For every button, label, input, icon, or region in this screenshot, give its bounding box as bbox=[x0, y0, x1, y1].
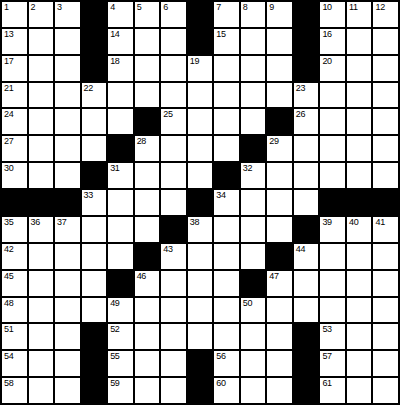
block-r9c7 bbox=[161, 217, 186, 242]
cell-r8c12[interactable] bbox=[294, 190, 319, 215]
cell-r5c14[interactable] bbox=[347, 109, 372, 134]
cell-r7c5[interactable]: 31 bbox=[108, 163, 133, 188]
cell-r3c3[interactable] bbox=[55, 56, 80, 81]
cell-r4c12[interactable]: 23 bbox=[294, 83, 319, 108]
cell-r7c8[interactable] bbox=[188, 163, 213, 188]
cell-r8c4[interactable]: 33 bbox=[82, 190, 107, 215]
cell-r10c1[interactable]: 42 bbox=[2, 244, 27, 269]
block-r6c10 bbox=[241, 136, 266, 161]
cell-r13c9[interactable] bbox=[214, 324, 239, 349]
clue-number-47: 47 bbox=[269, 271, 278, 282]
cell-r9c14[interactable]: 40 bbox=[347, 217, 372, 242]
cell-r9c4[interactable] bbox=[82, 217, 107, 242]
cell-r1c15[interactable]: 12 bbox=[373, 2, 398, 27]
cell-r4c9[interactable] bbox=[214, 83, 239, 108]
cell-r14c9[interactable]: 56 bbox=[214, 351, 239, 376]
cell-r9c6[interactable] bbox=[135, 217, 160, 242]
cell-r3c7[interactable] bbox=[161, 56, 186, 81]
block-r8c13 bbox=[320, 190, 345, 215]
cell-r7c12[interactable] bbox=[294, 163, 319, 188]
cell-r12c8[interactable] bbox=[188, 298, 213, 323]
cell-r14c6[interactable] bbox=[135, 351, 160, 376]
clue-number-6: 6 bbox=[163, 2, 168, 13]
clue-number-30: 30 bbox=[4, 163, 13, 174]
cell-r13c10[interactable] bbox=[241, 324, 266, 349]
cell-r9c10[interactable] bbox=[241, 217, 266, 242]
cell-r15c14[interactable] bbox=[347, 378, 372, 403]
cell-r7c1[interactable]: 30 bbox=[2, 163, 27, 188]
clue-number-1: 1 bbox=[4, 2, 9, 13]
block-r11c10 bbox=[241, 271, 266, 296]
cell-r4c10[interactable] bbox=[241, 83, 266, 108]
cell-r7c15[interactable] bbox=[373, 163, 398, 188]
cell-r3c10[interactable] bbox=[241, 56, 266, 81]
block-r3c12 bbox=[294, 56, 319, 81]
cell-r6c6[interactable]: 28 bbox=[135, 136, 160, 161]
clue-number-25: 25 bbox=[163, 109, 172, 120]
cell-r14c10[interactable] bbox=[241, 351, 266, 376]
clue-number-17: 17 bbox=[4, 56, 13, 67]
cell-r3c8[interactable]: 19 bbox=[188, 56, 213, 81]
cell-r11c3[interactable] bbox=[55, 271, 80, 296]
cell-r2c15[interactable] bbox=[373, 29, 398, 54]
cell-r6c14[interactable] bbox=[347, 136, 372, 161]
block-r5c6 bbox=[135, 109, 160, 134]
cell-r9c1[interactable]: 35 bbox=[2, 217, 27, 242]
block-r15c4 bbox=[82, 378, 107, 403]
cell-r6c2[interactable] bbox=[29, 136, 54, 161]
clue-number-27: 27 bbox=[4, 136, 13, 147]
cell-r1c11[interactable]: 9 bbox=[267, 2, 292, 27]
cell-r7c6[interactable] bbox=[135, 163, 160, 188]
cell-r9c8[interactable]: 38 bbox=[188, 217, 213, 242]
cell-r10c5[interactable] bbox=[108, 244, 133, 269]
cell-r3c13[interactable]: 20 bbox=[320, 56, 345, 81]
clue-number-8: 8 bbox=[243, 2, 248, 13]
clue-number-44: 44 bbox=[296, 244, 305, 255]
block-r9c12 bbox=[294, 217, 319, 242]
cell-r1c2[interactable]: 2 bbox=[29, 2, 54, 27]
block-r8c8 bbox=[188, 190, 213, 215]
clue-number-54: 54 bbox=[4, 351, 13, 362]
block-r14c8 bbox=[188, 351, 213, 376]
clue-number-46: 46 bbox=[137, 271, 146, 282]
block-r14c12 bbox=[294, 351, 319, 376]
cell-r5c12[interactable]: 26 bbox=[294, 109, 319, 134]
clue-number-9: 9 bbox=[269, 2, 274, 13]
cell-r2c13[interactable]: 16 bbox=[320, 29, 345, 54]
cell-r1c7[interactable]: 6 bbox=[161, 2, 186, 27]
cell-r11c2[interactable] bbox=[29, 271, 54, 296]
block-r6c5 bbox=[108, 136, 133, 161]
block-r1c8 bbox=[188, 2, 213, 27]
cell-r10c7[interactable]: 43 bbox=[161, 244, 186, 269]
cell-r12c3[interactable] bbox=[55, 298, 80, 323]
cell-r14c7[interactable] bbox=[161, 351, 186, 376]
cell-r10c4[interactable] bbox=[82, 244, 107, 269]
cell-r2c2[interactable] bbox=[29, 29, 54, 54]
cell-r5c7[interactable]: 25 bbox=[161, 109, 186, 134]
cell-r7c11[interactable] bbox=[267, 163, 292, 188]
block-r8c3 bbox=[55, 190, 80, 215]
cell-r7c14[interactable] bbox=[347, 163, 372, 188]
cell-r14c11[interactable] bbox=[267, 351, 292, 376]
cell-r15c5[interactable]: 59 bbox=[108, 378, 133, 403]
clue-number-12: 12 bbox=[375, 2, 384, 13]
clue-number-19: 19 bbox=[190, 56, 199, 67]
cell-r2c11[interactable] bbox=[267, 29, 292, 54]
cell-r8c9[interactable]: 34 bbox=[214, 190, 239, 215]
cell-r15c15[interactable] bbox=[373, 378, 398, 403]
clue-number-41: 41 bbox=[375, 217, 384, 228]
cell-r3c14[interactable] bbox=[347, 56, 372, 81]
clue-number-34: 34 bbox=[216, 190, 225, 201]
cell-r13c7[interactable] bbox=[161, 324, 186, 349]
cell-r10c13[interactable] bbox=[320, 244, 345, 269]
cell-r9c2[interactable]: 36 bbox=[29, 217, 54, 242]
cell-r12c11[interactable] bbox=[267, 298, 292, 323]
cell-r4c15[interactable] bbox=[373, 83, 398, 108]
cell-r12c7[interactable] bbox=[161, 298, 186, 323]
cell-r2c14[interactable] bbox=[347, 29, 372, 54]
cell-r4c14[interactable] bbox=[347, 83, 372, 108]
clue-number-60: 60 bbox=[216, 378, 225, 389]
cell-r13c6[interactable] bbox=[135, 324, 160, 349]
clue-number-2: 2 bbox=[31, 2, 36, 13]
clue-number-42: 42 bbox=[4, 244, 13, 255]
cell-r15c9[interactable]: 60 bbox=[214, 378, 239, 403]
cell-r8c7[interactable] bbox=[161, 190, 186, 215]
cell-r11c6[interactable]: 46 bbox=[135, 271, 160, 296]
cell-r14c1[interactable]: 54 bbox=[2, 351, 27, 376]
block-r7c4 bbox=[82, 163, 107, 188]
cell-r12c13[interactable] bbox=[320, 298, 345, 323]
clue-number-43: 43 bbox=[163, 244, 172, 255]
clue-number-16: 16 bbox=[322, 29, 331, 40]
clue-number-28: 28 bbox=[137, 136, 146, 147]
clue-number-20: 20 bbox=[322, 56, 331, 67]
cell-r10c9[interactable] bbox=[214, 244, 239, 269]
cell-r6c11[interactable]: 29 bbox=[267, 136, 292, 161]
clue-number-23: 23 bbox=[296, 83, 305, 94]
cell-r10c15[interactable] bbox=[373, 244, 398, 269]
cell-r6c9[interactable] bbox=[214, 136, 239, 161]
clue-number-21: 21 bbox=[4, 83, 13, 94]
block-r14c4 bbox=[82, 351, 107, 376]
clue-number-5: 5 bbox=[137, 2, 142, 13]
clue-number-48: 48 bbox=[4, 298, 13, 309]
cell-r3c9[interactable] bbox=[214, 56, 239, 81]
cell-r11c15[interactable] bbox=[373, 271, 398, 296]
cell-r6c8[interactable] bbox=[188, 136, 213, 161]
block-r3c4 bbox=[82, 56, 107, 81]
clue-number-29: 29 bbox=[269, 136, 278, 147]
clue-number-31: 31 bbox=[110, 163, 119, 174]
cell-r3c15[interactable] bbox=[373, 56, 398, 81]
cell-r6c7[interactable] bbox=[161, 136, 186, 161]
cell-r3c11[interactable] bbox=[267, 56, 292, 81]
block-r1c12 bbox=[294, 2, 319, 27]
clue-number-18: 18 bbox=[110, 56, 119, 67]
cell-r1c13[interactable]: 10 bbox=[320, 2, 345, 27]
block-r2c8 bbox=[188, 29, 213, 54]
cell-r3c1[interactable]: 17 bbox=[2, 56, 27, 81]
clue-number-40: 40 bbox=[349, 217, 358, 228]
cell-r5c1[interactable]: 24 bbox=[2, 109, 27, 134]
cell-r13c13[interactable]: 53 bbox=[320, 324, 345, 349]
cell-r12c5[interactable]: 49 bbox=[108, 298, 133, 323]
cell-r1c5[interactable]: 4 bbox=[108, 2, 133, 27]
cell-r13c14[interactable] bbox=[347, 324, 372, 349]
block-r8c2 bbox=[29, 190, 54, 215]
cell-r4c5[interactable] bbox=[108, 83, 133, 108]
clue-number-26: 26 bbox=[296, 109, 305, 120]
clue-number-57: 57 bbox=[322, 351, 331, 362]
cell-r14c5[interactable]: 55 bbox=[108, 351, 133, 376]
cell-r7c7[interactable] bbox=[161, 163, 186, 188]
cell-r2c10[interactable] bbox=[241, 29, 266, 54]
cell-r8c5[interactable] bbox=[108, 190, 133, 215]
cell-r13c1[interactable]: 51 bbox=[2, 324, 27, 349]
cell-r6c13[interactable] bbox=[320, 136, 345, 161]
clue-number-24: 24 bbox=[4, 109, 13, 120]
cell-r13c2[interactable] bbox=[29, 324, 54, 349]
clue-number-37: 37 bbox=[57, 217, 66, 228]
cell-r15c1[interactable]: 58 bbox=[2, 378, 27, 403]
cell-r5c15[interactable] bbox=[373, 109, 398, 134]
cell-r15c6[interactable] bbox=[135, 378, 160, 403]
cell-r15c3[interactable] bbox=[55, 378, 80, 403]
cell-r3c6[interactable] bbox=[135, 56, 160, 81]
cell-r15c10[interactable] bbox=[241, 378, 266, 403]
cell-r11c11[interactable]: 47 bbox=[267, 271, 292, 296]
cell-r13c3[interactable] bbox=[55, 324, 80, 349]
clue-number-22: 22 bbox=[84, 83, 93, 94]
cell-r11c9[interactable] bbox=[214, 271, 239, 296]
cell-r5c2[interactable] bbox=[29, 109, 54, 134]
cell-r11c1[interactable]: 45 bbox=[2, 271, 27, 296]
cell-r7c13[interactable] bbox=[320, 163, 345, 188]
cell-r13c11[interactable] bbox=[267, 324, 292, 349]
clue-number-4: 4 bbox=[110, 2, 115, 13]
clue-number-32: 32 bbox=[243, 163, 252, 174]
cell-r14c15[interactable] bbox=[373, 351, 398, 376]
cell-r4c13[interactable] bbox=[320, 83, 345, 108]
cell-r4c8[interactable] bbox=[188, 83, 213, 108]
clue-number-39: 39 bbox=[322, 217, 331, 228]
cell-r4c6[interactable] bbox=[135, 83, 160, 108]
cell-r9c13[interactable]: 39 bbox=[320, 217, 345, 242]
clue-number-51: 51 bbox=[4, 324, 13, 335]
cell-r11c7[interactable] bbox=[161, 271, 186, 296]
clue-number-56: 56 bbox=[216, 351, 225, 362]
cell-r8c6[interactable] bbox=[135, 190, 160, 215]
block-r15c12 bbox=[294, 378, 319, 403]
cell-r10c12[interactable]: 44 bbox=[294, 244, 319, 269]
cell-r9c11[interactable] bbox=[267, 217, 292, 242]
cell-r8c11[interactable] bbox=[267, 190, 292, 215]
cell-r6c12[interactable] bbox=[294, 136, 319, 161]
cell-r1c9[interactable]: 7 bbox=[214, 2, 239, 27]
cell-r14c13[interactable]: 57 bbox=[320, 351, 345, 376]
cell-r7c2[interactable] bbox=[29, 163, 54, 188]
cell-r10c10[interactable] bbox=[241, 244, 266, 269]
clue-number-13: 13 bbox=[4, 29, 13, 40]
cell-r5c3[interactable] bbox=[55, 109, 80, 134]
cell-r9c9[interactable] bbox=[214, 217, 239, 242]
clue-number-38: 38 bbox=[190, 217, 199, 228]
cell-r14c2[interactable] bbox=[29, 351, 54, 376]
cell-r4c7[interactable] bbox=[161, 83, 186, 108]
cell-r2c1[interactable]: 13 bbox=[2, 29, 27, 54]
cell-r10c14[interactable] bbox=[347, 244, 372, 269]
clue-number-33: 33 bbox=[84, 190, 93, 201]
cell-r10c2[interactable] bbox=[29, 244, 54, 269]
clue-number-3: 3 bbox=[57, 2, 62, 13]
block-r8c15 bbox=[373, 190, 398, 215]
block-r5c11 bbox=[267, 109, 292, 134]
cell-r5c5[interactable] bbox=[108, 109, 133, 134]
clue-number-53: 53 bbox=[322, 324, 331, 335]
cell-r4c4[interactable]: 22 bbox=[82, 83, 107, 108]
cell-r11c13[interactable] bbox=[320, 271, 345, 296]
crossword-board: 1234567891011121314151617181920212223242… bbox=[0, 0, 400, 405]
cell-r15c13[interactable]: 61 bbox=[320, 378, 345, 403]
cell-r9c3[interactable]: 37 bbox=[55, 217, 80, 242]
cell-r12c9[interactable] bbox=[214, 298, 239, 323]
block-r8c14 bbox=[347, 190, 372, 215]
cell-r1c1[interactable]: 1 bbox=[2, 2, 27, 27]
clue-number-36: 36 bbox=[31, 217, 40, 228]
cell-r3c5[interactable]: 18 bbox=[108, 56, 133, 81]
cell-r2c6[interactable] bbox=[135, 29, 160, 54]
cell-r6c4[interactable] bbox=[82, 136, 107, 161]
clue-number-11: 11 bbox=[349, 2, 358, 13]
cell-r1c10[interactable]: 8 bbox=[241, 2, 266, 27]
cell-r11c8[interactable] bbox=[188, 271, 213, 296]
cell-r10c3[interactable] bbox=[55, 244, 80, 269]
cell-r2c9[interactable]: 15 bbox=[214, 29, 239, 54]
cell-r6c15[interactable] bbox=[373, 136, 398, 161]
cell-r14c3[interactable] bbox=[55, 351, 80, 376]
cell-r13c15[interactable] bbox=[373, 324, 398, 349]
cell-r13c5[interactable]: 52 bbox=[108, 324, 133, 349]
clue-number-49: 49 bbox=[110, 298, 119, 309]
cell-r5c9[interactable] bbox=[214, 109, 239, 134]
cell-r5c4[interactable] bbox=[82, 109, 107, 134]
cell-r9c5[interactable] bbox=[108, 217, 133, 242]
block-r2c4 bbox=[82, 29, 107, 54]
cell-r5c8[interactable] bbox=[188, 109, 213, 134]
cell-r6c3[interactable] bbox=[55, 136, 80, 161]
cell-r2c3[interactable] bbox=[55, 29, 80, 54]
clue-number-61: 61 bbox=[322, 378, 331, 389]
clue-number-59: 59 bbox=[110, 378, 119, 389]
cell-r11c4[interactable] bbox=[82, 271, 107, 296]
clue-number-14: 14 bbox=[110, 29, 119, 40]
clue-number-58: 58 bbox=[4, 378, 13, 389]
cell-r1c3[interactable]: 3 bbox=[55, 2, 80, 27]
cell-r9c15[interactable]: 41 bbox=[373, 217, 398, 242]
clue-number-15: 15 bbox=[216, 29, 225, 40]
cell-r12c2[interactable] bbox=[29, 298, 54, 323]
clue-number-50: 50 bbox=[243, 298, 252, 309]
cell-r11c12[interactable] bbox=[294, 271, 319, 296]
cell-r7c10[interactable]: 32 bbox=[241, 163, 266, 188]
cell-r12c4[interactable] bbox=[82, 298, 107, 323]
cell-r4c3[interactable] bbox=[55, 83, 80, 108]
cell-r12c6[interactable] bbox=[135, 298, 160, 323]
block-r13c12 bbox=[294, 324, 319, 349]
cell-r13c8[interactable] bbox=[188, 324, 213, 349]
clue-number-35: 35 bbox=[4, 217, 13, 228]
cell-r11c14[interactable] bbox=[347, 271, 372, 296]
block-r10c11 bbox=[267, 244, 292, 269]
clue-number-45: 45 bbox=[4, 271, 13, 282]
cell-r1c14[interactable]: 11 bbox=[347, 2, 372, 27]
cell-r7c3[interactable] bbox=[55, 163, 80, 188]
block-r10c6 bbox=[135, 244, 160, 269]
cell-r5c10[interactable] bbox=[241, 109, 266, 134]
block-r15c8 bbox=[188, 378, 213, 403]
cell-r8c10[interactable] bbox=[241, 190, 266, 215]
block-r2c12 bbox=[294, 29, 319, 54]
block-r1c4 bbox=[82, 2, 107, 27]
cell-r5c13[interactable] bbox=[320, 109, 345, 134]
cell-r4c11[interactable] bbox=[267, 83, 292, 108]
cell-r15c11[interactable] bbox=[267, 378, 292, 403]
cell-r12c10[interactable]: 50 bbox=[241, 298, 266, 323]
cell-r10c8[interactable] bbox=[188, 244, 213, 269]
cell-r15c7[interactable] bbox=[161, 378, 186, 403]
block-r8c1 bbox=[2, 190, 27, 215]
block-r11c5 bbox=[108, 271, 133, 296]
cell-r2c7[interactable] bbox=[161, 29, 186, 54]
cell-r12c15[interactable] bbox=[373, 298, 398, 323]
cell-r4c2[interactable] bbox=[29, 83, 54, 108]
cell-r12c1[interactable]: 48 bbox=[2, 298, 27, 323]
cell-r1c6[interactable]: 5 bbox=[135, 2, 160, 27]
cell-r14c14[interactable] bbox=[347, 351, 372, 376]
block-r7c9 bbox=[214, 163, 239, 188]
clue-number-7: 7 bbox=[216, 2, 221, 13]
cell-r12c12[interactable] bbox=[294, 298, 319, 323]
clue-number-52: 52 bbox=[110, 324, 119, 335]
clue-number-10: 10 bbox=[322, 2, 331, 13]
cell-r15c2[interactable] bbox=[29, 378, 54, 403]
cell-r3c2[interactable] bbox=[29, 56, 54, 81]
cell-r12c14[interactable] bbox=[347, 298, 372, 323]
cell-r4c1[interactable]: 21 bbox=[2, 83, 27, 108]
block-r13c4 bbox=[82, 324, 107, 349]
clue-number-55: 55 bbox=[110, 351, 119, 362]
cell-r2c5[interactable]: 14 bbox=[108, 29, 133, 54]
cell-r6c1[interactable]: 27 bbox=[2, 136, 27, 161]
